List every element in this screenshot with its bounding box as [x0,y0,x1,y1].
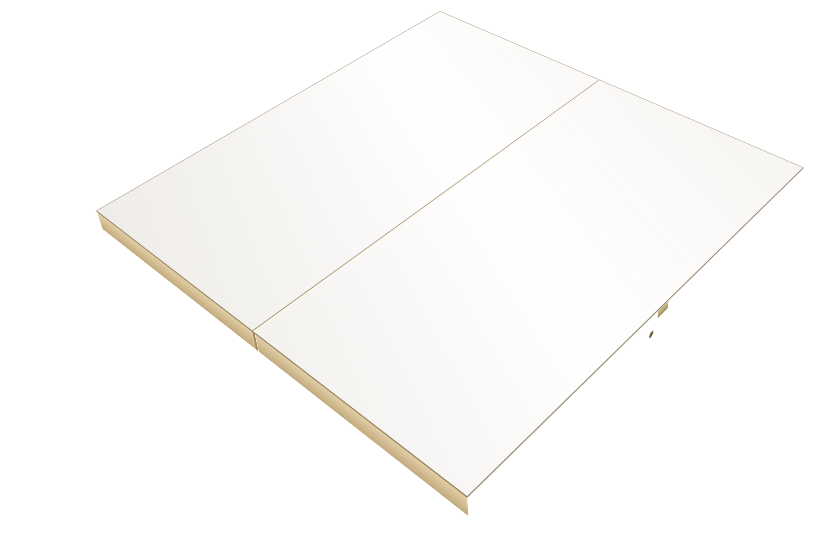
wooden-board [97,12,803,497]
board-top [97,12,803,497]
playing-area [156,36,743,430]
scene [0,0,820,548]
photo-tilt [0,0,820,548]
